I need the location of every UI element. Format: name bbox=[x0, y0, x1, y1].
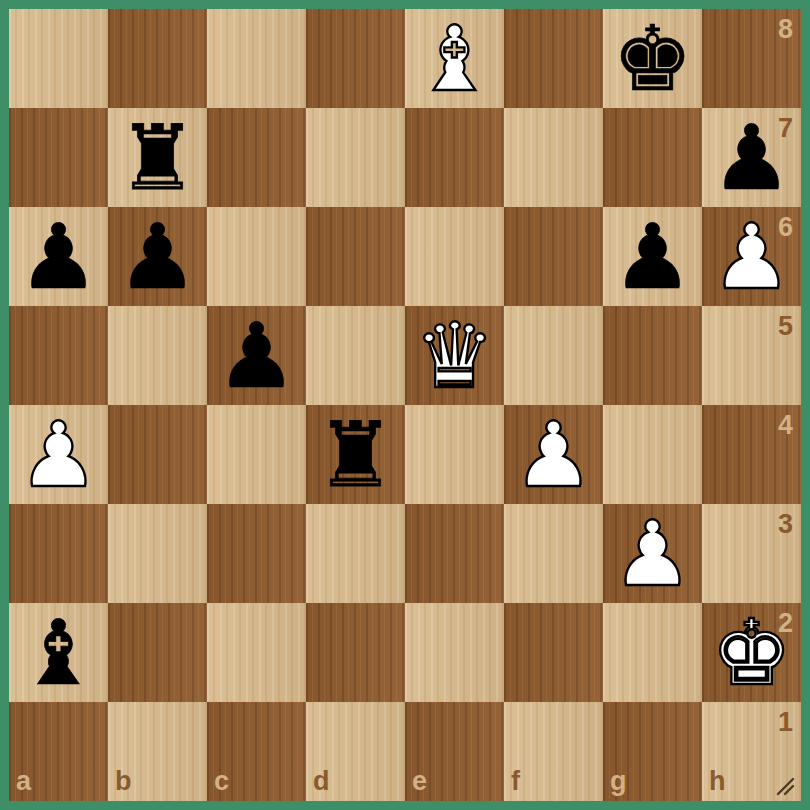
chess-board-frame: ♝♚8♜7♟♟♟♟6♟♟♛5♟♜♟4♟3♝2♚abcdefg1h bbox=[0, 0, 810, 810]
square-e4[interactable] bbox=[405, 405, 504, 504]
square-d3[interactable] bbox=[306, 504, 405, 603]
file-label-f: f bbox=[511, 768, 520, 795]
square-f2[interactable] bbox=[504, 603, 603, 702]
square-f6[interactable] bbox=[504, 207, 603, 306]
piece-white-queen-e5[interactable]: ♛ bbox=[414, 306, 495, 405]
square-c1[interactable]: c bbox=[207, 702, 306, 801]
square-c8[interactable] bbox=[207, 9, 306, 108]
file-label-c: c bbox=[214, 768, 229, 795]
square-e8[interactable]: ♝ bbox=[405, 9, 504, 108]
square-h8[interactable]: 8 bbox=[702, 9, 801, 108]
piece-black-king-g8[interactable]: ♚ bbox=[612, 9, 693, 108]
piece-white-pawn-f4[interactable]: ♟ bbox=[513, 405, 594, 504]
square-g1[interactable]: g bbox=[603, 702, 702, 801]
file-label-b: b bbox=[115, 768, 132, 795]
square-a6[interactable]: ♟ bbox=[9, 207, 108, 306]
square-a5[interactable] bbox=[9, 306, 108, 405]
square-a3[interactable] bbox=[9, 504, 108, 603]
square-f8[interactable] bbox=[504, 9, 603, 108]
square-h7[interactable]: 7♟ bbox=[702, 108, 801, 207]
square-d6[interactable] bbox=[306, 207, 405, 306]
square-h2[interactable]: 2♚ bbox=[702, 603, 801, 702]
square-a1[interactable]: a bbox=[9, 702, 108, 801]
piece-black-rook-b7[interactable]: ♜ bbox=[117, 108, 198, 207]
square-c4[interactable] bbox=[207, 405, 306, 504]
square-a4[interactable]: ♟ bbox=[9, 405, 108, 504]
square-h6[interactable]: 6♟ bbox=[702, 207, 801, 306]
square-a7[interactable] bbox=[9, 108, 108, 207]
square-f3[interactable] bbox=[504, 504, 603, 603]
square-b5[interactable] bbox=[108, 306, 207, 405]
square-f5[interactable] bbox=[504, 306, 603, 405]
square-b8[interactable] bbox=[108, 9, 207, 108]
square-h4[interactable]: 4 bbox=[702, 405, 801, 504]
rank-label-4: 4 bbox=[778, 412, 793, 439]
square-f1[interactable]: f bbox=[504, 702, 603, 801]
square-c7[interactable] bbox=[207, 108, 306, 207]
chess-board: ♝♚8♜7♟♟♟♟6♟♟♛5♟♜♟4♟3♝2♚abcdefg1h bbox=[9, 9, 801, 801]
square-h3[interactable]: 3 bbox=[702, 504, 801, 603]
square-g2[interactable] bbox=[603, 603, 702, 702]
rank-label-3: 3 bbox=[778, 511, 793, 538]
piece-black-rook-d4[interactable]: ♜ bbox=[315, 405, 396, 504]
square-e6[interactable] bbox=[405, 207, 504, 306]
square-h5[interactable]: 5 bbox=[702, 306, 801, 405]
rank-label-6: 6 bbox=[778, 214, 793, 241]
rank-label-2: 2 bbox=[778, 610, 793, 637]
square-f4[interactable]: ♟ bbox=[504, 405, 603, 504]
square-c5[interactable]: ♟ bbox=[207, 306, 306, 405]
file-label-e: e bbox=[412, 768, 427, 795]
piece-black-bishop-a2[interactable]: ♝ bbox=[18, 603, 99, 702]
square-c6[interactable] bbox=[207, 207, 306, 306]
square-c3[interactable] bbox=[207, 504, 306, 603]
square-g3[interactable]: ♟ bbox=[603, 504, 702, 603]
rank-label-1: 1 bbox=[778, 709, 793, 736]
file-label-g: g bbox=[610, 768, 627, 795]
square-a8[interactable] bbox=[9, 9, 108, 108]
square-g8[interactable]: ♚ bbox=[603, 9, 702, 108]
piece-white-pawn-a4[interactable]: ♟ bbox=[18, 405, 99, 504]
square-b2[interactable] bbox=[108, 603, 207, 702]
square-e5[interactable]: ♛ bbox=[405, 306, 504, 405]
file-label-d: d bbox=[313, 768, 330, 795]
square-b7[interactable]: ♜ bbox=[108, 108, 207, 207]
square-b1[interactable]: b bbox=[108, 702, 207, 801]
square-e1[interactable]: e bbox=[405, 702, 504, 801]
square-g5[interactable] bbox=[603, 306, 702, 405]
square-a2[interactable]: ♝ bbox=[9, 603, 108, 702]
square-g4[interactable] bbox=[603, 405, 702, 504]
square-e3[interactable] bbox=[405, 504, 504, 603]
piece-black-pawn-c5[interactable]: ♟ bbox=[216, 306, 297, 405]
square-g7[interactable] bbox=[603, 108, 702, 207]
square-b3[interactable] bbox=[108, 504, 207, 603]
resize-handle-icon[interactable] bbox=[775, 776, 797, 798]
rank-label-7: 7 bbox=[778, 115, 793, 142]
square-b6[interactable]: ♟ bbox=[108, 207, 207, 306]
piece-black-pawn-g6[interactable]: ♟ bbox=[612, 207, 693, 306]
square-d5[interactable] bbox=[306, 306, 405, 405]
square-d8[interactable] bbox=[306, 9, 405, 108]
square-b4[interactable] bbox=[108, 405, 207, 504]
piece-black-pawn-a6[interactable]: ♟ bbox=[18, 207, 99, 306]
square-f7[interactable] bbox=[504, 108, 603, 207]
square-d1[interactable]: d bbox=[306, 702, 405, 801]
file-label-h: h bbox=[709, 768, 726, 795]
piece-white-bishop-e8[interactable]: ♝ bbox=[414, 9, 495, 108]
file-label-a: a bbox=[16, 768, 31, 795]
piece-black-pawn-b6[interactable]: ♟ bbox=[117, 207, 198, 306]
square-d2[interactable] bbox=[306, 603, 405, 702]
square-e7[interactable] bbox=[405, 108, 504, 207]
square-e2[interactable] bbox=[405, 603, 504, 702]
rank-label-5: 5 bbox=[778, 313, 793, 340]
square-d4[interactable]: ♜ bbox=[306, 405, 405, 504]
piece-white-pawn-g3[interactable]: ♟ bbox=[612, 504, 693, 603]
square-d7[interactable] bbox=[306, 108, 405, 207]
rank-label-8: 8 bbox=[778, 16, 793, 43]
square-g6[interactable]: ♟ bbox=[603, 207, 702, 306]
square-c2[interactable] bbox=[207, 603, 306, 702]
